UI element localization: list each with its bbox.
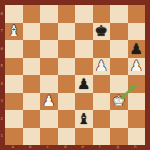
square-a8[interactable]	[5, 5, 23, 23]
square-f3[interactable]	[93, 93, 111, 111]
square-e6[interactable]	[75, 40, 93, 58]
square-h8[interactable]	[128, 5, 146, 23]
square-b1[interactable]	[23, 128, 41, 146]
chess-board-frame: ♝♚♟♟♟♟♟♚♝ 87654321abcdefgh	[0, 0, 150, 150]
black-pawn[interactable]: ♟	[77, 76, 90, 91]
square-b2[interactable]	[23, 110, 41, 128]
square-h7[interactable]	[128, 23, 146, 41]
square-e5[interactable]	[75, 58, 93, 76]
square-e2[interactable]: ♝	[75, 110, 93, 128]
square-h4[interactable]	[128, 75, 146, 93]
square-f7[interactable]: ♚	[93, 23, 111, 41]
square-d2[interactable]	[58, 110, 76, 128]
square-d7[interactable]	[58, 23, 76, 41]
square-c8[interactable]	[40, 5, 58, 23]
square-b7[interactable]	[23, 23, 41, 41]
white-king[interactable]: ♚	[112, 94, 125, 109]
square-h6[interactable]: ♟	[128, 40, 146, 58]
square-c4[interactable]	[40, 75, 58, 93]
square-e7[interactable]	[75, 23, 93, 41]
white-pawn[interactable]: ♟	[95, 59, 108, 74]
square-g1[interactable]	[110, 128, 128, 146]
square-f6[interactable]	[93, 40, 111, 58]
square-g8[interactable]	[110, 5, 128, 23]
square-f8[interactable]	[93, 5, 111, 23]
square-a5[interactable]	[5, 58, 23, 76]
square-g6[interactable]	[110, 40, 128, 58]
square-h5[interactable]: ♟	[128, 58, 146, 76]
square-g4[interactable]	[110, 75, 128, 93]
square-g5[interactable]	[110, 58, 128, 76]
white-bishop[interactable]: ♝	[7, 24, 20, 39]
black-bishop[interactable]: ♝	[77, 111, 90, 126]
square-a2[interactable]	[5, 110, 23, 128]
square-c1[interactable]	[40, 128, 58, 146]
square-g7[interactable]	[110, 23, 128, 41]
square-b5[interactable]	[23, 58, 41, 76]
square-d1[interactable]	[58, 128, 76, 146]
square-d4[interactable]	[58, 75, 76, 93]
square-c3[interactable]: ♟	[40, 93, 58, 111]
square-f4[interactable]	[93, 75, 111, 93]
chess-board: ♝♚♟♟♟♟♟♚♝	[5, 5, 145, 145]
square-a3[interactable]	[5, 93, 23, 111]
square-c6[interactable]	[40, 40, 58, 58]
square-a4[interactable]	[5, 75, 23, 93]
square-h1[interactable]	[128, 128, 146, 146]
square-d3[interactable]	[58, 93, 76, 111]
white-pawn[interactable]: ♟	[130, 59, 143, 74]
square-b6[interactable]	[23, 40, 41, 58]
square-e8[interactable]	[75, 5, 93, 23]
square-b8[interactable]	[23, 5, 41, 23]
square-h2[interactable]	[128, 110, 146, 128]
square-a1[interactable]	[5, 128, 23, 146]
square-e4[interactable]: ♟	[75, 75, 93, 93]
square-d8[interactable]	[58, 5, 76, 23]
black-king[interactable]: ♚	[95, 24, 108, 39]
square-e3[interactable]	[75, 93, 93, 111]
square-a7[interactable]: ♝	[5, 23, 23, 41]
square-b4[interactable]	[23, 75, 41, 93]
square-c5[interactable]	[40, 58, 58, 76]
square-h3[interactable]	[128, 93, 146, 111]
black-pawn[interactable]: ♟	[130, 41, 143, 56]
square-d6[interactable]	[58, 40, 76, 58]
square-d5[interactable]	[58, 58, 76, 76]
square-g2[interactable]	[110, 110, 128, 128]
square-b3[interactable]	[23, 93, 41, 111]
white-pawn[interactable]: ♟	[42, 94, 55, 109]
square-f1[interactable]	[93, 128, 111, 146]
square-f5[interactable]: ♟	[93, 58, 111, 76]
square-a6[interactable]	[5, 40, 23, 58]
square-c2[interactable]	[40, 110, 58, 128]
square-c7[interactable]	[40, 23, 58, 41]
square-e1[interactable]	[75, 128, 93, 146]
square-f2[interactable]	[93, 110, 111, 128]
square-g3[interactable]: ♚	[110, 93, 128, 111]
board-border: ♝♚♟♟♟♟♟♚♝	[0, 0, 150, 150]
